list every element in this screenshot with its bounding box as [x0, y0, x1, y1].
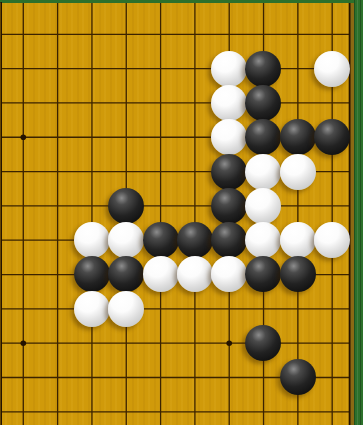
- intersection-r7c3[interactable]: [75, 223, 109, 257]
- white-stone: [245, 188, 281, 224]
- intersection-r5c8[interactable]: [246, 154, 280, 188]
- intersection-r8c7[interactable]: [212, 257, 246, 291]
- black-stone: [245, 119, 281, 155]
- white-stone: [211, 51, 247, 87]
- intersection-r3c9[interactable]: [281, 86, 315, 120]
- intersection-r10c6[interactable]: [178, 326, 212, 360]
- intersection-r12c2[interactable]: [40, 395, 74, 425]
- intersection-r10c7[interactable]: [212, 326, 246, 360]
- intersection-r3c3[interactable]: [75, 86, 109, 120]
- intersection-r4c1[interactable]: [6, 120, 40, 154]
- intersection-r9c9[interactable]: [281, 292, 315, 326]
- intersection-r5c5[interactable]: [143, 154, 177, 188]
- intersection-r11c5[interactable]: [143, 360, 177, 394]
- intersection-r6c9[interactable]: [281, 189, 315, 223]
- intersection-r12c6[interactable]: [178, 395, 212, 425]
- black-stone: [177, 222, 213, 258]
- white-stone: [245, 222, 281, 258]
- intersection-r11c10[interactable]: [315, 360, 349, 394]
- intersection-r12c3[interactable]: [75, 395, 109, 425]
- black-stone: [143, 222, 179, 258]
- intersection-r12c8[interactable]: [246, 395, 280, 425]
- intersection-r7c7[interactable]: [212, 223, 246, 257]
- intersection-r11c3[interactable]: [75, 360, 109, 394]
- intersection-r6c5[interactable]: [143, 189, 177, 223]
- intersection-r5c7[interactable]: [212, 154, 246, 188]
- intersection-r6c10[interactable]: [315, 189, 349, 223]
- intersection-r3c7[interactable]: [212, 86, 246, 120]
- intersection-r2c10[interactable]: [315, 51, 349, 85]
- intersection-r4c3[interactable]: [75, 120, 109, 154]
- intersection-r1c10[interactable]: [315, 17, 349, 51]
- white-stone: [211, 256, 247, 292]
- black-stone: [245, 85, 281, 121]
- intersection-r3c2[interactable]: [40, 86, 74, 120]
- intersection-r9c3[interactable]: [75, 292, 109, 326]
- intersection-r5c6[interactable]: [178, 154, 212, 188]
- intersection-r1c5[interactable]: [143, 17, 177, 51]
- intersection-r2c4[interactable]: [109, 51, 143, 85]
- intersection-r1c4[interactable]: [109, 17, 143, 51]
- white-stone: [280, 154, 316, 190]
- intersection-r1c8[interactable]: [246, 17, 280, 51]
- black-stone: [245, 325, 281, 361]
- black-stone: [211, 154, 247, 190]
- intersection-r11c2[interactable]: [40, 360, 74, 394]
- intersection-r11c8[interactable]: [246, 360, 280, 394]
- intersection-r9c1[interactable]: [6, 292, 40, 326]
- intersection-r6c3[interactable]: [75, 189, 109, 223]
- intersection-r8c4[interactable]: [109, 257, 143, 291]
- intersection-r9c7[interactable]: [212, 292, 246, 326]
- intersection-r10c10[interactable]: [315, 326, 349, 360]
- intersection-r11c4[interactable]: [109, 360, 143, 394]
- intersection-r6c1[interactable]: [6, 189, 40, 223]
- intersection-r8c8[interactable]: [246, 257, 280, 291]
- intersection-r6c8[interactable]: [246, 189, 280, 223]
- intersection-r1c3[interactable]: [75, 17, 109, 51]
- intersection-r1c9[interactable]: [281, 17, 315, 51]
- intersection-r3c5[interactable]: [143, 86, 177, 120]
- white-stone: [143, 256, 179, 292]
- intersection-r12c4[interactable]: [109, 395, 143, 425]
- intersection-r6c7[interactable]: [212, 189, 246, 223]
- intersection-r3c6[interactable]: [178, 86, 212, 120]
- intersection-r2c6[interactable]: [178, 51, 212, 85]
- white-stone: [211, 119, 247, 155]
- black-stone: [245, 51, 281, 87]
- black-stone: [108, 188, 144, 224]
- intersection-r2c8[interactable]: [246, 51, 280, 85]
- intersection-r6c2[interactable]: [40, 189, 74, 223]
- white-stone: [177, 256, 213, 292]
- black-stone: [211, 222, 247, 258]
- white-stone: [74, 291, 110, 327]
- intersection-r8c2[interactable]: [40, 257, 74, 291]
- black-stone: [280, 359, 316, 395]
- intersection-r5c10[interactable]: [315, 154, 349, 188]
- intersection-r4c7[interactable]: [212, 120, 246, 154]
- intersection-r9c5[interactable]: [143, 292, 177, 326]
- black-stone: [280, 119, 316, 155]
- intersection-r7c5[interactable]: [143, 223, 177, 257]
- intersection-r3c1[interactable]: [6, 86, 40, 120]
- intersection-r2c5[interactable]: [143, 51, 177, 85]
- black-stone: [211, 188, 247, 224]
- white-stone: [245, 154, 281, 190]
- intersection-r4c5[interactable]: [143, 120, 177, 154]
- intersection-r10c9[interactable]: [281, 326, 315, 360]
- intersection-r10c8[interactable]: [246, 326, 280, 360]
- intersection-r9c6[interactable]: [178, 292, 212, 326]
- intersection-r10c2[interactable]: [40, 326, 74, 360]
- intersection-r11c1[interactable]: [6, 360, 40, 394]
- intersection-r2c9[interactable]: [281, 51, 315, 85]
- intersection-r4c4[interactable]: [109, 120, 143, 154]
- intersection-r9c2[interactable]: [40, 292, 74, 326]
- intersection-r5c9[interactable]: [281, 154, 315, 188]
- intersection-r5c3[interactable]: [75, 154, 109, 188]
- intersection-r4c2[interactable]: [40, 120, 74, 154]
- intersection-r6c6[interactable]: [178, 189, 212, 223]
- white-stone: [314, 222, 350, 258]
- intersection-r8c10[interactable]: [315, 257, 349, 291]
- white-stone: [314, 51, 350, 87]
- intersection-r2c7[interactable]: [212, 51, 246, 85]
- intersection-r11c6[interactable]: [178, 360, 212, 394]
- intersection-r7c1[interactable]: [6, 223, 40, 257]
- intersection-r4c9[interactable]: [281, 120, 315, 154]
- intersection-r10c5[interactable]: [143, 326, 177, 360]
- intersection-r10c3[interactable]: [75, 326, 109, 360]
- intersection-r8c5[interactable]: [143, 257, 177, 291]
- go-game-screenshot: [0, 0, 363, 425]
- intersection-r10c4[interactable]: [109, 326, 143, 360]
- intersection-r2c3[interactable]: [75, 51, 109, 85]
- intersection-r8c9[interactable]: [281, 257, 315, 291]
- white-stone: [211, 85, 247, 121]
- intersection-r3c4[interactable]: [109, 86, 143, 120]
- white-stone: [280, 222, 316, 258]
- intersection-r4c10[interactable]: [315, 120, 349, 154]
- intersection-r7c8[interactable]: [246, 223, 280, 257]
- intersection-r1c2[interactable]: [40, 17, 74, 51]
- intersection-r12c9[interactable]: [281, 395, 315, 425]
- intersection-r3c8[interactable]: [246, 86, 280, 120]
- intersection-r12c1[interactable]: [6, 395, 40, 425]
- intersection-r11c9[interactable]: [281, 360, 315, 394]
- intersection-r9c10[interactable]: [315, 292, 349, 326]
- black-stone: [108, 256, 144, 292]
- white-stone: [108, 291, 144, 327]
- intersection-r7c6[interactable]: [178, 223, 212, 257]
- intersection-r2c1[interactable]: [6, 51, 40, 85]
- intersection-r8c3[interactable]: [75, 257, 109, 291]
- intersection-r8c6[interactable]: [178, 257, 212, 291]
- black-stone: [280, 256, 316, 292]
- intersection-r7c9[interactable]: [281, 223, 315, 257]
- intersection-r1c1[interactable]: [6, 17, 40, 51]
- intersection-r9c4[interactable]: [109, 292, 143, 326]
- black-stone: [245, 256, 281, 292]
- intersection-r12c5[interactable]: [143, 395, 177, 425]
- intersection-r8c1[interactable]: [6, 257, 40, 291]
- intersection-r12c10[interactable]: [315, 395, 349, 425]
- intersection-r9c8[interactable]: [246, 292, 280, 326]
- black-stone: [74, 256, 110, 292]
- intersection-r10c1[interactable]: [6, 326, 40, 360]
- black-stone: [314, 119, 350, 155]
- intersection-r2c2[interactable]: [40, 51, 74, 85]
- intersection-r1c7[interactable]: [212, 17, 246, 51]
- intersection-r5c1[interactable]: [6, 154, 40, 188]
- intersection-r1c6[interactable]: [178, 17, 212, 51]
- intersection-r4c8[interactable]: [246, 120, 280, 154]
- intersection-r7c10[interactable]: [315, 223, 349, 257]
- intersection-r5c2[interactable]: [40, 154, 74, 188]
- white-stone: [74, 222, 110, 258]
- intersection-r7c4[interactable]: [109, 223, 143, 257]
- intersection-r12c7[interactable]: [212, 395, 246, 425]
- intersection-r6c4[interactable]: [109, 189, 143, 223]
- intersection-r7c2[interactable]: [40, 223, 74, 257]
- intersection-r4c6[interactable]: [178, 120, 212, 154]
- go-board: [6, 17, 349, 425]
- intersection-r5c4[interactable]: [109, 154, 143, 188]
- intersection-r3c10[interactable]: [315, 86, 349, 120]
- white-stone: [108, 222, 144, 258]
- intersection-r11c7[interactable]: [212, 360, 246, 394]
